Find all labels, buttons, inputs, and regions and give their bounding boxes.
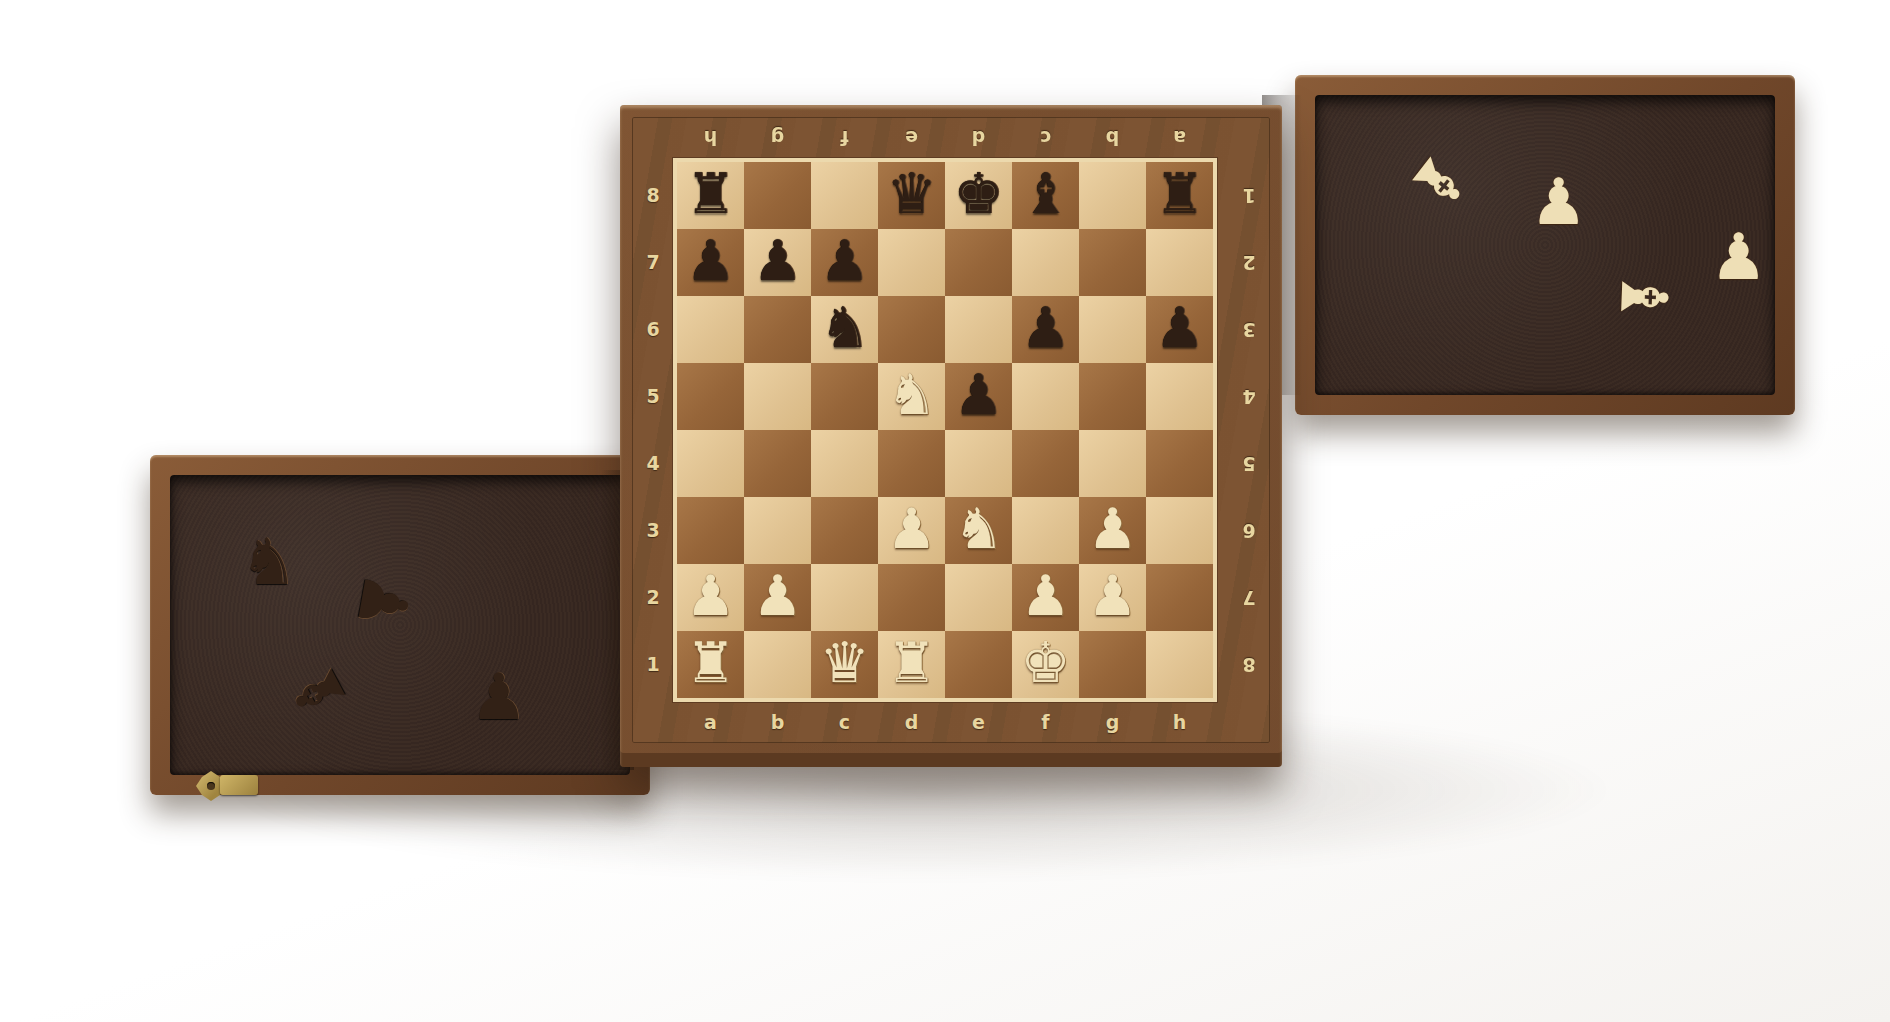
piece-white-pawn-a2[interactable]: ♟ — [685, 567, 735, 623]
coordinate-label-c: c — [811, 711, 878, 733]
square-h3[interactable] — [1146, 497, 1213, 564]
square-b8[interactable] — [744, 162, 811, 229]
board-frame: abcdefgh abcdefgh 12345678 12345678 ♜♛♚♝… — [632, 117, 1270, 743]
square-b7[interactable]: ♟ — [744, 229, 811, 296]
square-f7[interactable] — [1012, 229, 1079, 296]
square-e3[interactable]: ♞ — [945, 497, 1012, 564]
coordinate-label-b: b — [744, 711, 811, 733]
square-g8[interactable] — [1079, 162, 1146, 229]
captured-black-knight-standing: ♞ — [240, 530, 297, 594]
square-d8[interactable]: ♛ — [878, 162, 945, 229]
coordinate-label-f: f — [811, 127, 878, 149]
piece-white-pawn-b2[interactable]: ♟ — [752, 567, 802, 623]
piece-black-knight-c6[interactable]: ♞ — [819, 299, 869, 355]
coordinate-label-d: d — [878, 711, 945, 733]
coordinate-label-e: e — [945, 711, 1012, 733]
square-g3[interactable]: ♟ — [1079, 497, 1146, 564]
square-c4[interactable] — [811, 430, 878, 497]
square-e5[interactable]: ♟ — [945, 363, 1012, 430]
square-b6[interactable] — [744, 296, 811, 363]
coordinate-label-c: c — [1012, 127, 1079, 149]
coordinate-label-4: 4 — [1242, 363, 1255, 430]
square-f4[interactable] — [1012, 430, 1079, 497]
piece-white-pawn-g2[interactable]: ♟ — [1087, 567, 1137, 623]
coordinate-label-5: 5 — [646, 363, 659, 430]
square-d6[interactable] — [878, 296, 945, 363]
square-h6[interactable]: ♟ — [1146, 296, 1213, 363]
piece-black-pawn-e5[interactable]: ♟ — [953, 366, 1003, 422]
square-c2[interactable] — [811, 564, 878, 631]
coordinate-label-8: 8 — [1242, 631, 1255, 698]
coordinate-label-2: 2 — [1242, 229, 1255, 296]
square-g1[interactable] — [1079, 631, 1146, 698]
square-c1[interactable]: ♛ — [811, 631, 878, 698]
square-f2[interactable]: ♟ — [1012, 564, 1079, 631]
coordinate-label-8: 8 — [646, 162, 659, 229]
latch-plate — [220, 775, 258, 795]
chess-board-grid: ♜♛♚♝♜♟♟♟♞♟♟♞♟♟♞♟♟♟♟♟♜♛♜♚ — [677, 162, 1213, 698]
coordinate-label-1: 1 — [1242, 162, 1255, 229]
square-a7[interactable]: ♟ — [677, 229, 744, 296]
piece-white-rook-d1[interactable]: ♜ — [886, 634, 936, 690]
product-photo-scene: ♞♟♝♟ ♝♟♝♟ abcdefgh abcdefgh 12345678 123… — [0, 0, 1890, 1022]
square-f1[interactable]: ♚ — [1012, 631, 1079, 698]
captured-white-pawn-standing: ♟ — [1710, 225, 1767, 289]
right-drawer: ♝♟♝♟ — [1295, 75, 1795, 415]
piece-black-pawn-c7[interactable]: ♟ — [819, 232, 869, 288]
coordinate-label-g: g — [744, 127, 811, 149]
piece-white-pawn-f2[interactable]: ♟ — [1020, 567, 1070, 623]
coordinate-label-2: 2 — [646, 564, 659, 631]
captured-white-bishop-lying: ♝ — [1611, 267, 1677, 327]
square-g6[interactable] — [1079, 296, 1146, 363]
captured-black-pawn-standing: ♟ — [470, 665, 527, 729]
coordinate-label-a: a — [677, 711, 744, 733]
piece-white-knight-e3[interactable]: ♞ — [953, 500, 1003, 556]
rank-labels-left: 12345678 — [635, 162, 671, 698]
square-g2[interactable]: ♟ — [1079, 564, 1146, 631]
coordinate-label-6: 6 — [1242, 497, 1255, 564]
right-drawer-felt-tray: ♝♟♝♟ — [1315, 95, 1775, 395]
left-drawer-felt-tray: ♞♟♝♟ — [170, 475, 630, 775]
captured-white-bishop-lying: ♝ — [1396, 140, 1482, 225]
square-d3[interactable]: ♟ — [878, 497, 945, 564]
coordinate-label-5: 5 — [1242, 430, 1255, 497]
square-a1[interactable]: ♜ — [677, 631, 744, 698]
piece-black-rook-h8[interactable]: ♜ — [1154, 165, 1204, 221]
file-labels-top: abcdefgh — [677, 120, 1213, 156]
square-b1[interactable] — [744, 631, 811, 698]
square-a3[interactable] — [677, 497, 744, 564]
coordinate-label-3: 3 — [1242, 296, 1255, 363]
board-border-line: ♜♛♚♝♜♟♟♟♞♟♟♞♟♟♞♟♟♟♟♟♜♛♜♚ — [673, 158, 1217, 702]
square-e6[interactable] — [945, 296, 1012, 363]
piece-black-pawn-f6[interactable]: ♟ — [1020, 299, 1070, 355]
chess-board-box: abcdefgh abcdefgh 12345678 12345678 ♜♛♚♝… — [620, 105, 1282, 767]
captured-black-bishop-lying: ♝ — [277, 652, 360, 733]
piece-black-pawn-a7[interactable]: ♟ — [685, 232, 735, 288]
square-c7[interactable]: ♟ — [811, 229, 878, 296]
square-h4[interactable] — [1146, 430, 1213, 497]
square-b2[interactable]: ♟ — [744, 564, 811, 631]
coordinate-label-4: 4 — [646, 430, 659, 497]
square-e4[interactable] — [945, 430, 1012, 497]
coordinate-label-d: d — [945, 127, 1012, 149]
square-e1[interactable] — [945, 631, 1012, 698]
square-a2[interactable]: ♟ — [677, 564, 744, 631]
piece-white-pawn-g3[interactable]: ♟ — [1087, 500, 1137, 556]
square-c8[interactable] — [811, 162, 878, 229]
square-f3[interactable] — [1012, 497, 1079, 564]
square-h1[interactable] — [1146, 631, 1213, 698]
square-e7[interactable] — [945, 229, 1012, 296]
coordinate-label-e: e — [878, 127, 945, 149]
square-d4[interactable] — [878, 430, 945, 497]
square-d5[interactable]: ♞ — [878, 363, 945, 430]
square-h8[interactable]: ♜ — [1146, 162, 1213, 229]
square-e2[interactable] — [945, 564, 1012, 631]
piece-white-king-f1[interactable]: ♚ — [1020, 634, 1070, 690]
coordinate-label-1: 1 — [646, 631, 659, 698]
square-a8[interactable]: ♜ — [677, 162, 744, 229]
piece-black-bishop-f8[interactable]: ♝ — [1020, 165, 1070, 221]
square-c3[interactable] — [811, 497, 878, 564]
square-g4[interactable] — [1079, 430, 1146, 497]
square-g7[interactable] — [1079, 229, 1146, 296]
square-h7[interactable] — [1146, 229, 1213, 296]
coordinate-label-a: a — [1146, 127, 1213, 149]
piece-white-rook-a1[interactable]: ♜ — [685, 634, 735, 690]
square-c5[interactable] — [811, 363, 878, 430]
coordinate-label-b: b — [1079, 127, 1146, 149]
square-g5[interactable] — [1079, 363, 1146, 430]
coordinate-label-7: 7 — [646, 229, 659, 296]
piece-black-pawn-h6[interactable]: ♟ — [1154, 299, 1204, 355]
captured-black-pawn-lying: ♟ — [347, 568, 420, 636]
square-f8[interactable]: ♝ — [1012, 162, 1079, 229]
square-h2[interactable] — [1146, 564, 1213, 631]
piece-black-rook-a8[interactable]: ♜ — [685, 165, 735, 221]
file-labels-bottom: abcdefgh — [677, 704, 1213, 740]
square-d2[interactable] — [878, 564, 945, 631]
square-h5[interactable] — [1146, 363, 1213, 430]
piece-black-pawn-b7[interactable]: ♟ — [752, 232, 802, 288]
square-a5[interactable] — [677, 363, 744, 430]
square-c6[interactable]: ♞ — [811, 296, 878, 363]
coordinate-label-3: 3 — [646, 497, 659, 564]
square-d7[interactable] — [878, 229, 945, 296]
square-e8[interactable]: ♚ — [945, 162, 1012, 229]
piece-black-king-e8[interactable]: ♚ — [953, 165, 1003, 221]
drawer-latch — [196, 771, 260, 811]
captured-white-pawn-standing: ♟ — [1530, 170, 1587, 234]
coordinate-label-6: 6 — [646, 296, 659, 363]
square-b4[interactable] — [744, 430, 811, 497]
left-drawer: ♞♟♝♟ — [150, 455, 650, 795]
coordinate-label-7: 7 — [1242, 564, 1255, 631]
coordinate-label-h: h — [677, 127, 744, 149]
square-f5[interactable] — [1012, 363, 1079, 430]
latch-hole — [207, 782, 215, 790]
square-a4[interactable] — [677, 430, 744, 497]
square-f6[interactable]: ♟ — [1012, 296, 1079, 363]
piece-white-queen-c1[interactable]: ♛ — [819, 634, 869, 690]
square-d1[interactable]: ♜ — [878, 631, 945, 698]
piece-black-queen-d8[interactable]: ♛ — [886, 165, 936, 221]
coordinate-label-g: g — [1079, 711, 1146, 733]
coordinate-label-h: h — [1146, 711, 1213, 733]
coordinate-label-f: f — [1012, 711, 1079, 733]
piece-white-pawn-d3[interactable]: ♟ — [886, 500, 936, 556]
square-b5[interactable] — [744, 363, 811, 430]
piece-white-knight-d5[interactable]: ♞ — [886, 366, 936, 422]
square-b3[interactable] — [744, 497, 811, 564]
rank-labels-right: 12345678 — [1231, 162, 1267, 698]
square-a6[interactable] — [677, 296, 744, 363]
